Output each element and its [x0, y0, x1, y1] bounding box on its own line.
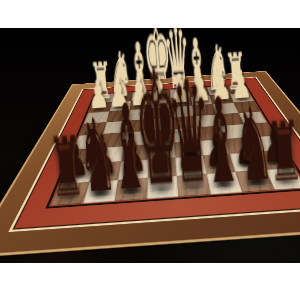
chess-board: ◈ ◈ ◈ ◈ ◈ ◈ ◈ ◈ ◈ ◈ ◈ ◈ ◈ ◈ ◈ ◈ ◈ ◈ ◈ ◈ … [0, 71, 300, 258]
board-grid: ♜♞♝♚♛♝♞♜♟♟♟♟♟♟♟♟♟♟♟♟♟♟♟♟♜♞♝♚♛♝♞♜ [51, 85, 300, 206]
photo-background: ◈ ◈ ◈ ◈ ◈ ◈ ◈ ◈ ◈ ◈ ◈ ◈ ◈ ◈ ◈ ◈ ◈ ◈ ◈ ◈ … [0, 28, 300, 263]
piece-black-rook-a8[interactable]: ♜ [257, 109, 300, 194]
piece-black-rook-h8[interactable]: ♜ [39, 124, 94, 209]
scene: ◈ ◈ ◈ ◈ ◈ ◈ ◈ ◈ ◈ ◈ ◈ ◈ ◈ ◈ ◈ ◈ ◈ ◈ ◈ ◈ … [0, 0, 300, 300]
